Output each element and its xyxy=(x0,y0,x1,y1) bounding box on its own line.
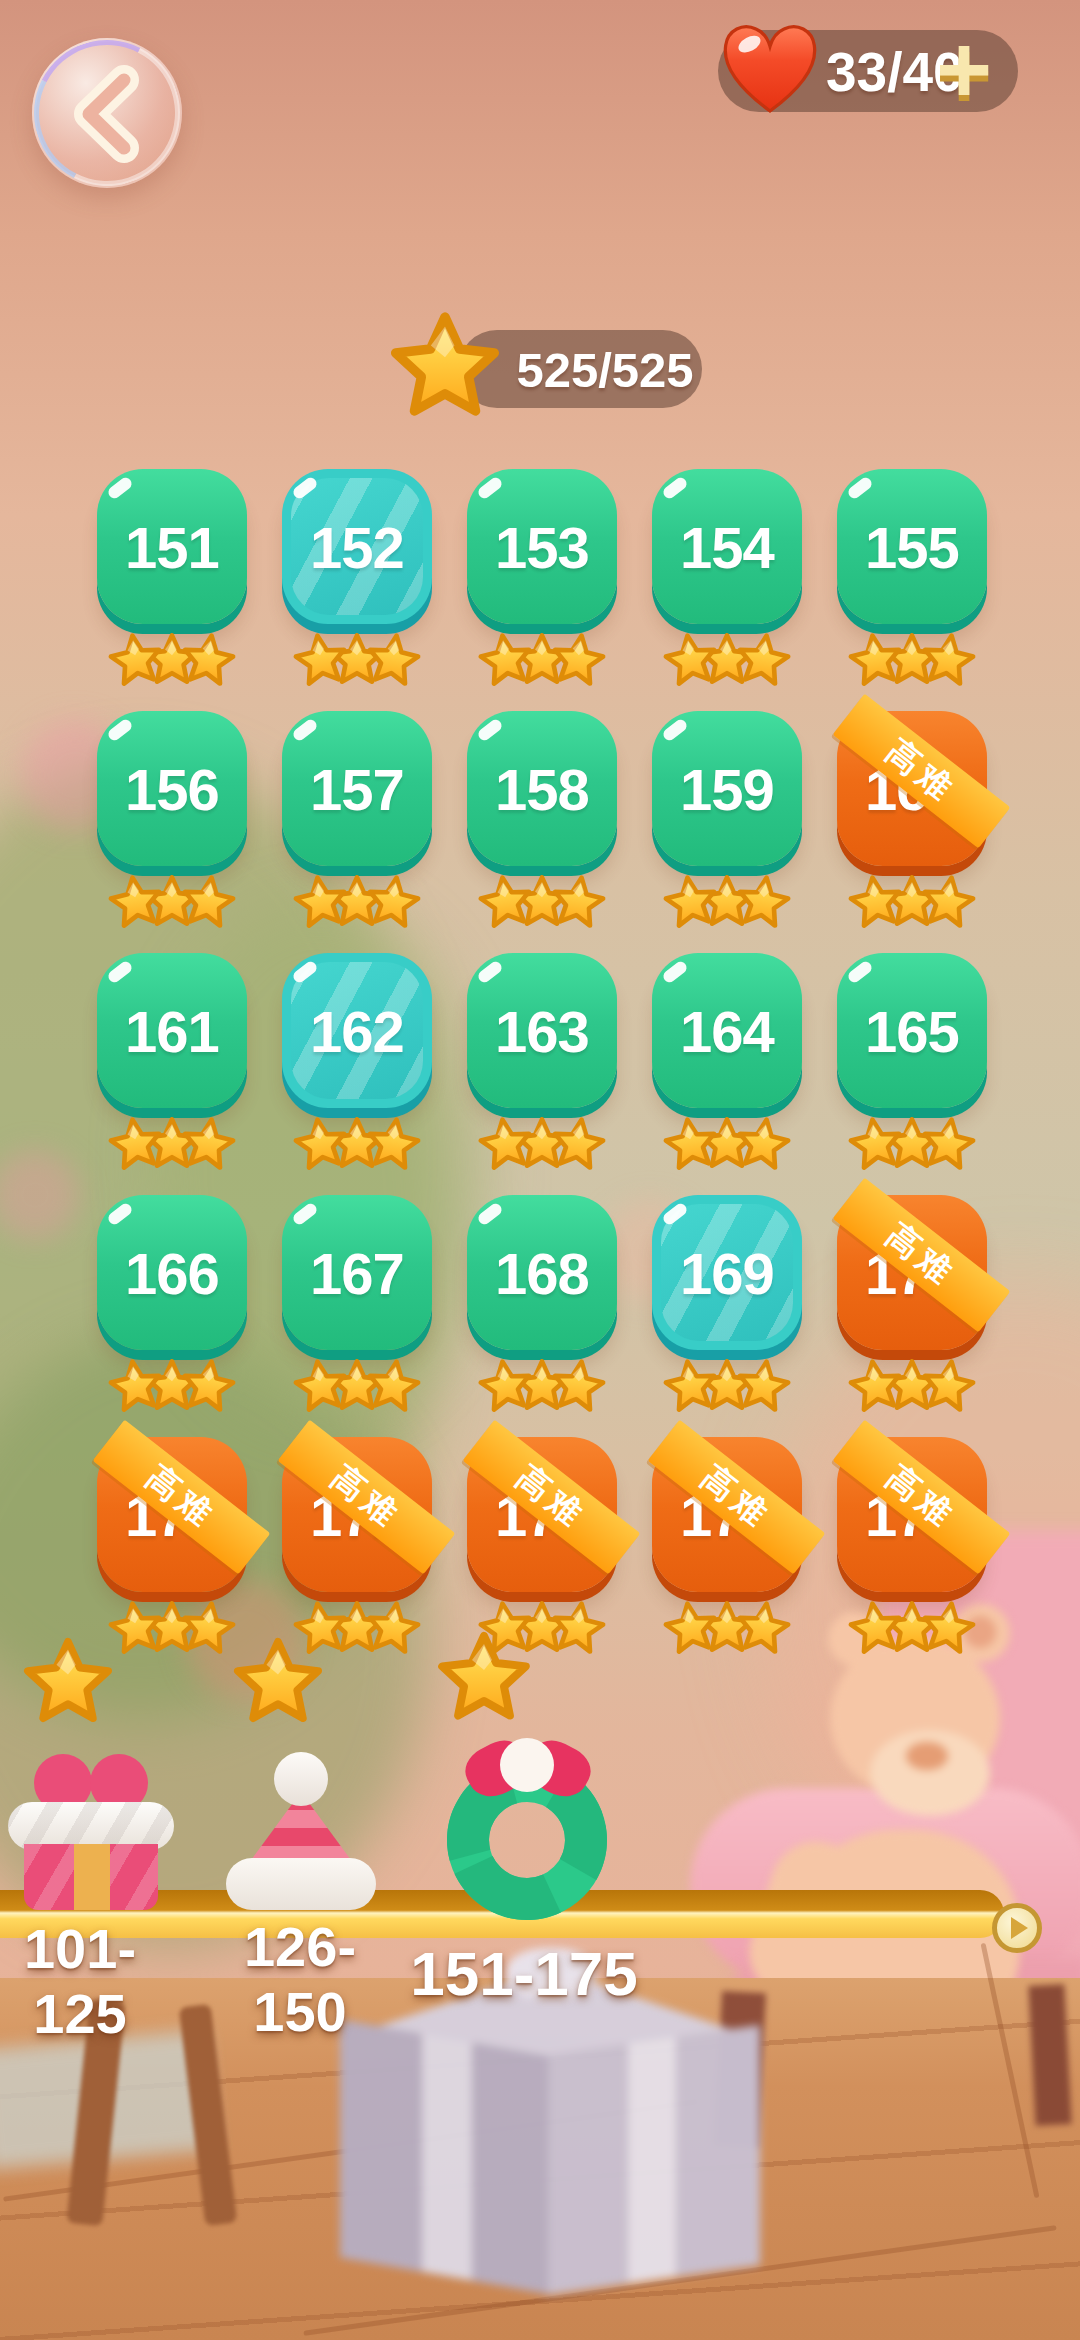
level-stars xyxy=(488,1600,596,1658)
lives-counter: 33/40 + xyxy=(718,30,1018,112)
star-icon xyxy=(103,1596,169,1662)
level-number: 170 xyxy=(837,1195,987,1350)
level-number: 173 xyxy=(467,1437,617,1592)
total-stars-value: 525/525 xyxy=(510,330,700,408)
chevron-left-icon xyxy=(32,38,182,188)
level-button-168[interactable]: 168 xyxy=(467,1195,617,1350)
level-number: 162 xyxy=(282,953,432,1108)
level-number: 168 xyxy=(467,1195,617,1350)
star-icon xyxy=(360,628,426,694)
level-button-161[interactable]: 161 xyxy=(97,953,247,1108)
chapter-tab-gift[interactable] xyxy=(8,1752,176,1910)
star-icon xyxy=(473,628,539,694)
star-icon xyxy=(473,1596,539,1662)
star-icon xyxy=(658,1112,724,1178)
level-button-172[interactable]: 172 xyxy=(282,1437,432,1592)
star-icon xyxy=(545,628,611,694)
star-icon xyxy=(730,1112,796,1178)
star-icon xyxy=(175,628,241,694)
level-cell: 154 xyxy=(652,469,802,711)
level-number: 165 xyxy=(837,953,987,1108)
level-cell: 165 xyxy=(837,953,987,1195)
level-number: 155 xyxy=(837,469,987,624)
level-cell: 158 xyxy=(467,711,617,953)
level-cell: 173高难 xyxy=(467,1437,617,1679)
add-lives-button[interactable]: + xyxy=(924,22,1004,118)
level-number: 151 xyxy=(97,469,247,624)
level-stars xyxy=(673,632,781,690)
level-number: 169 xyxy=(652,1195,802,1350)
chapter-range-label[interactable]: 101-125 xyxy=(0,1916,180,2046)
star-icon xyxy=(915,628,981,694)
level-button-173[interactable]: 173 xyxy=(467,1437,617,1592)
level-number: 154 xyxy=(652,469,802,624)
level-button-153[interactable]: 153 xyxy=(467,469,617,624)
star-icon xyxy=(473,1112,539,1178)
chapter-tab-santa-hat[interactable] xyxy=(222,1752,380,1910)
level-button-156[interactable]: 156 xyxy=(97,711,247,866)
star-icon xyxy=(288,1354,354,1420)
level-cell: 174高难 xyxy=(652,1437,802,1679)
star-icon xyxy=(545,1354,611,1420)
star-icon xyxy=(843,628,909,694)
level-button-157[interactable]: 157 xyxy=(282,711,432,866)
star-icon xyxy=(915,870,981,936)
star-icon xyxy=(360,1354,426,1420)
level-button-171[interactable]: 171 xyxy=(97,1437,247,1592)
chapter-range-label-active[interactable]: 151-175 xyxy=(400,1938,648,2009)
level-stars xyxy=(118,1116,226,1174)
star-icon xyxy=(360,1112,426,1178)
star-icon xyxy=(843,870,909,936)
star-icon xyxy=(386,310,504,428)
star-icon xyxy=(103,628,169,694)
level-button-165[interactable]: 165 xyxy=(837,953,987,1108)
level-stars xyxy=(858,1358,966,1416)
level-button-164[interactable]: 164 xyxy=(652,953,802,1108)
level-cell: 167 xyxy=(282,1195,432,1437)
level-number: 174 xyxy=(652,1437,802,1592)
star-icon xyxy=(175,1112,241,1178)
star-icon xyxy=(360,1596,426,1662)
level-stars xyxy=(488,632,596,690)
star-icon xyxy=(103,870,169,936)
level-number: 157 xyxy=(282,711,432,866)
level-number: 160 xyxy=(837,711,987,866)
level-stars xyxy=(488,1116,596,1174)
level-stars xyxy=(858,632,966,690)
level-stars xyxy=(303,1600,411,1658)
level-stars xyxy=(488,874,596,932)
level-stars xyxy=(118,874,226,932)
star-icon xyxy=(545,1596,611,1662)
level-stars xyxy=(858,1116,966,1174)
level-grid: 151152153154155156157158159160高难16116216… xyxy=(97,469,987,1679)
level-stars xyxy=(673,874,781,932)
star-icon xyxy=(658,870,724,936)
level-button-169[interactable]: 169 xyxy=(652,1195,802,1350)
star-icon xyxy=(103,1354,169,1420)
level-cell: 153 xyxy=(467,469,617,711)
level-number: 167 xyxy=(282,1195,432,1350)
level-button-152[interactable]: 152 xyxy=(282,469,432,624)
star-icon xyxy=(288,870,354,936)
star-icon xyxy=(658,1596,724,1662)
level-stars xyxy=(488,1358,596,1416)
star-icon xyxy=(288,1112,354,1178)
level-stars xyxy=(673,1116,781,1174)
star-icon xyxy=(103,1112,169,1178)
level-button-167[interactable]: 167 xyxy=(282,1195,432,1350)
level-button-163[interactable]: 163 xyxy=(467,953,617,1108)
level-cell: 163 xyxy=(467,953,617,1195)
star-icon xyxy=(360,870,426,936)
level-stars xyxy=(858,1600,966,1658)
level-stars xyxy=(118,632,226,690)
level-button-170[interactable]: 170 xyxy=(837,1195,987,1350)
level-cell: 164 xyxy=(652,953,802,1195)
play-button[interactable] xyxy=(992,1903,1042,1953)
star-icon xyxy=(658,628,724,694)
level-number: 153 xyxy=(467,469,617,624)
level-stars xyxy=(673,1600,781,1658)
star-icon xyxy=(730,870,796,936)
play-arrow-icon xyxy=(1011,1917,1028,1939)
level-cell: 152 xyxy=(282,469,432,711)
level-stars xyxy=(303,1358,411,1416)
level-stars xyxy=(303,1116,411,1174)
level-cell: 168 xyxy=(467,1195,617,1437)
level-cell: 169 xyxy=(652,1195,802,1437)
level-cell: 160高难 xyxy=(837,711,987,953)
star-icon xyxy=(175,1596,241,1662)
level-number: 172 xyxy=(282,1437,432,1592)
star-icon xyxy=(915,1596,981,1662)
level-cell: 156 xyxy=(97,711,247,953)
chapter-range-label[interactable]: 126-150 xyxy=(200,1914,400,2044)
level-button-162[interactable]: 162 xyxy=(282,953,432,1108)
chapter-tab-wreath[interactable] xyxy=(432,1738,622,1920)
star-icon xyxy=(730,1354,796,1420)
star-icon xyxy=(545,870,611,936)
level-map-screen: 33/40 + 525/525 151152153154155156157158… xyxy=(0,0,1080,2340)
level-number: 166 xyxy=(97,1195,247,1350)
level-cell: 162 xyxy=(282,953,432,1195)
level-stars xyxy=(673,1358,781,1416)
level-cell: 171高难 xyxy=(97,1437,247,1679)
star-icon xyxy=(175,1354,241,1420)
star-icon xyxy=(730,1596,796,1662)
back-button[interactable] xyxy=(32,38,182,188)
star-icon xyxy=(843,1596,909,1662)
level-cell: 155 xyxy=(837,469,987,711)
total-stars-counter: 525/525 xyxy=(458,330,702,408)
level-stars xyxy=(858,874,966,932)
level-button-158[interactable]: 158 xyxy=(467,711,617,866)
star-icon xyxy=(843,1112,909,1178)
star-icon xyxy=(545,1112,611,1178)
level-number: 159 xyxy=(652,711,802,866)
level-number: 161 xyxy=(97,953,247,1108)
level-number: 163 xyxy=(467,953,617,1108)
level-button-166[interactable]: 166 xyxy=(97,1195,247,1350)
level-cell: 172高难 xyxy=(282,1437,432,1679)
star-icon xyxy=(288,1596,354,1662)
level-button-160[interactable]: 160 xyxy=(837,711,987,866)
level-cell: 166 xyxy=(97,1195,247,1437)
lives-value: 33/40 xyxy=(826,30,936,112)
star-icon xyxy=(843,1354,909,1420)
level-button-154[interactable]: 154 xyxy=(652,469,802,624)
level-cell: 175高难 xyxy=(837,1437,987,1679)
level-stars xyxy=(303,874,411,932)
level-number: 156 xyxy=(97,711,247,866)
level-button-174[interactable]: 174 xyxy=(652,1437,802,1592)
star-icon xyxy=(473,1354,539,1420)
heart-icon xyxy=(714,16,826,124)
level-cell: 159 xyxy=(652,711,802,953)
level-button-151[interactable]: 151 xyxy=(97,469,247,624)
star-icon xyxy=(915,1112,981,1178)
level-button-155[interactable]: 155 xyxy=(837,469,987,624)
chair-rear-leg xyxy=(1028,1984,1071,2126)
star-icon xyxy=(288,628,354,694)
level-cell: 157 xyxy=(282,711,432,953)
level-cell: 151 xyxy=(97,469,247,711)
level-number: 158 xyxy=(467,711,617,866)
level-cell: 170高难 xyxy=(837,1195,987,1437)
level-button-159[interactable]: 159 xyxy=(652,711,802,866)
level-button-175[interactable]: 175 xyxy=(837,1437,987,1592)
star-icon xyxy=(473,870,539,936)
star-icon xyxy=(730,628,796,694)
star-icon xyxy=(915,1354,981,1420)
level-stars xyxy=(118,1358,226,1416)
level-number: 171 xyxy=(97,1437,247,1592)
level-stars xyxy=(118,1600,226,1658)
level-cell: 161 xyxy=(97,953,247,1195)
level-stars xyxy=(303,632,411,690)
star-icon xyxy=(175,870,241,936)
level-number: 164 xyxy=(652,953,802,1108)
star-icon xyxy=(658,1354,724,1420)
level-number: 175 xyxy=(837,1437,987,1592)
level-number: 152 xyxy=(282,469,432,624)
